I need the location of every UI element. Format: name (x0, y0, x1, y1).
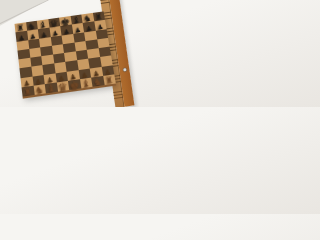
piece-white-rook: ♜ (23, 87, 32, 97)
piece-white-bishop: ♝ (81, 79, 91, 89)
screw-head-icon (123, 68, 126, 71)
chess-board: ♜♞♝♛♚♝♞♜♟♟♟♟♟♟♟♟♟♟♟♟♟♟♟♟♜♞♝♛♚♝♞♜ (15, 11, 116, 96)
piece-white-queen: ♛ (57, 81, 68, 93)
piece-white-bishop: ♝ (47, 84, 56, 94)
piece-white-knight: ♞ (93, 77, 103, 87)
piece-white-king: ♚ (69, 79, 80, 91)
piece-white-knight: ♞ (35, 85, 44, 95)
square: ♜ (103, 74, 116, 85)
piece-white-rook: ♜ (105, 76, 115, 86)
